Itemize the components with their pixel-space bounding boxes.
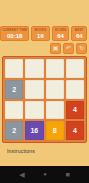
undo-icon: ↶ [66,44,71,53]
undo-button[interactable]: ↶ [63,43,74,54]
board-cell: 2 [5,80,23,99]
stop-icon: ▣ [53,44,59,53]
stat-current-time: CURRENT TIME 00:18 [0,26,29,41]
board-cell [66,59,84,78]
board-cell [25,59,43,78]
board-cell [25,101,43,120]
restart-icon: ↻ [79,44,84,53]
stat-score: SCORE 64 [52,26,70,41]
board-cell [46,80,64,99]
board-cell [5,59,23,78]
stat-best-value: 64 [76,32,83,40]
recents-icon[interactable]: ■ [65,171,69,178]
instructions-label: Instructions [7,148,35,154]
board-cell [46,59,64,78]
board-cell: 2 [5,121,23,140]
board-cell: 4 [66,101,84,120]
app-screen: CURRENT TIME 00:18 MOVES 16 SCORE 64 BES… [0,0,89,183]
back-icon[interactable]: ◀ [19,171,24,178]
stat-moves: MOVES 16 [31,26,49,41]
restart-button[interactable]: ↻ [76,43,87,54]
board-cell [66,80,84,99]
stat-score-value: 64 [57,32,64,40]
stat-current-time-value: 00:18 [7,32,22,40]
game-board[interactable]: 2 4 2 16 8 4 [2,56,87,143]
toolbar: ▣ ↶ ↻ [0,43,88,54]
stat-best: BEST 64 [71,26,87,41]
board-cell: 4 [66,121,84,140]
board-cell [25,80,43,99]
stop-button[interactable]: ▣ [50,43,61,54]
board-cell [5,101,23,120]
board-cell: 16 [25,121,43,140]
board-cell [46,101,64,120]
home-icon[interactable]: ● [43,171,47,178]
stat-moves-value: 16 [37,32,44,40]
board-cell: 8 [46,121,64,140]
stats-row: CURRENT TIME 00:18 MOVES 16 SCORE 64 BES… [0,26,88,41]
android-nav-bar: ◀ ● ■ [0,166,89,183]
